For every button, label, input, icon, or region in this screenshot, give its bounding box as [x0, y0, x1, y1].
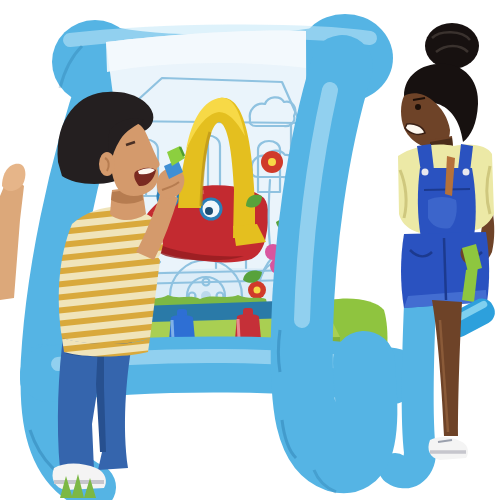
- boy-ear: [99, 152, 115, 176]
- girl-eye: [415, 104, 421, 110]
- cropped-child-arm: [0, 164, 25, 300]
- product-photo: Two children playing at a blue inflatabl…: [0, 0, 500, 500]
- denim-wash: [428, 197, 457, 229]
- bib-button: [422, 169, 429, 176]
- bib-button: [463, 169, 470, 176]
- inflatable-easel-scene: [0, 0, 500, 500]
